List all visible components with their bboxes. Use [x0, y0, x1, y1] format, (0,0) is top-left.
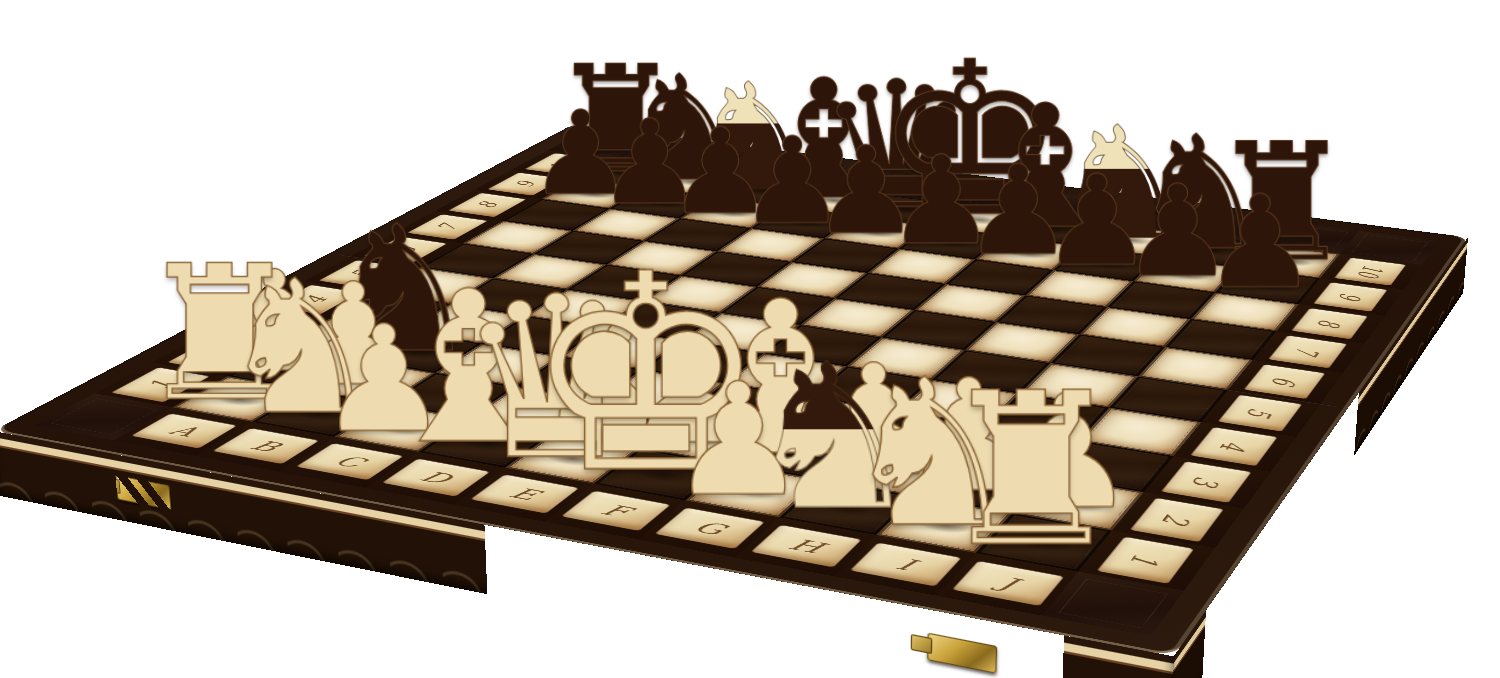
dark-pawn-J9[interactable]: ♟ — [1202, 190, 1317, 295]
light-rook-J1[interactable]: ♜ — [937, 383, 1126, 556]
chess-board: 10♜♞♞♝♛♚♝♞♞♜109♟♟♟♟♟♟♟♟♟♟988776655443♞32… — [0, 124, 1468, 656]
board-scene: 10♜♞♞♝♛♚♝♞♞♜109♟♟♟♟♟♟♟♟♟♟988776655443♞32… — [0, 0, 1500, 678]
board-grid: 10♜♞♞♝♛♚♝♞♞♜109♟♟♟♟♟♟♟♟♟♟988776655443♞32… — [35, 132, 1440, 636]
rook-glyph: ♜ — [937, 383, 1126, 556]
pawn-glyph: ♟ — [1202, 190, 1317, 295]
product-photo-stage: 10♜♞♞♝♛♚♝♞♞♜109♟♟♟♟♟♟♟♟♟♟988776655443♞32… — [0, 0, 1500, 678]
brass-latch-icon — [115, 475, 171, 510]
brass-latch-icon — [927, 632, 997, 673]
